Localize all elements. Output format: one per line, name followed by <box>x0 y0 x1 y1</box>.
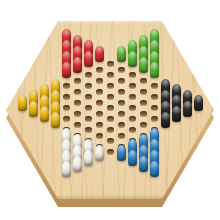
hole[interactable] <box>96 122 103 128</box>
product-photo-canvas <box>0 0 220 220</box>
peg-black[interactable] <box>172 106 181 122</box>
hole[interactable] <box>140 89 147 95</box>
hole[interactable] <box>151 116 158 122</box>
peg-red[interactable] <box>73 57 82 73</box>
hole[interactable] <box>74 89 81 95</box>
peg-blue[interactable] <box>139 156 148 172</box>
hole[interactable] <box>74 78 81 84</box>
peg-black[interactable] <box>183 101 192 117</box>
peg-green[interactable] <box>139 57 148 73</box>
peg-blue[interactable] <box>128 150 137 166</box>
hole[interactable] <box>85 116 92 122</box>
hole[interactable] <box>140 100 147 106</box>
hole[interactable] <box>85 127 92 133</box>
star-hole-grid <box>17 37 204 180</box>
hole[interactable] <box>63 94 70 100</box>
hole[interactable] <box>107 116 114 122</box>
peg-red[interactable] <box>95 46 104 62</box>
hole[interactable] <box>140 122 147 128</box>
peg-green[interactable] <box>128 51 137 67</box>
hole[interactable] <box>85 105 92 111</box>
hole[interactable] <box>151 83 158 89</box>
peg-yellow[interactable] <box>18 95 27 111</box>
hole[interactable] <box>107 94 114 100</box>
hole[interactable] <box>107 138 114 144</box>
hole[interactable] <box>96 111 103 117</box>
peg-blue[interactable] <box>117 145 126 161</box>
hole[interactable] <box>118 67 125 73</box>
peg-black[interactable] <box>161 112 170 128</box>
hole[interactable] <box>140 111 147 117</box>
peg-white[interactable] <box>95 145 104 161</box>
peg-white[interactable] <box>62 161 71 177</box>
hole[interactable] <box>107 149 114 155</box>
hole[interactable] <box>129 127 136 133</box>
hole[interactable] <box>85 72 92 78</box>
hole[interactable] <box>74 122 81 128</box>
hole[interactable] <box>107 72 114 78</box>
hole[interactable] <box>129 83 136 89</box>
peg-yellow[interactable] <box>29 101 38 117</box>
hole[interactable] <box>107 83 114 89</box>
peg-white[interactable] <box>84 150 93 166</box>
hole[interactable] <box>96 67 103 73</box>
hole[interactable] <box>129 116 136 122</box>
peg-red[interactable] <box>84 51 93 67</box>
hole[interactable] <box>118 133 125 139</box>
hole[interactable] <box>118 122 125 128</box>
hole[interactable] <box>118 78 125 84</box>
hole[interactable] <box>129 72 136 78</box>
hole[interactable] <box>107 105 114 111</box>
hole[interactable] <box>118 100 125 106</box>
hole[interactable] <box>129 105 136 111</box>
hole[interactable] <box>74 100 81 106</box>
hole[interactable] <box>85 94 92 100</box>
hole[interactable] <box>107 127 114 133</box>
hole[interactable] <box>151 94 158 100</box>
peg-black[interactable] <box>194 95 203 111</box>
hole[interactable] <box>74 111 81 117</box>
peg-white[interactable] <box>73 156 82 172</box>
hole[interactable] <box>96 100 103 106</box>
hole[interactable] <box>118 111 125 117</box>
hole[interactable] <box>63 116 70 122</box>
peg-yellow[interactable] <box>51 112 60 128</box>
hole[interactable] <box>96 89 103 95</box>
hole[interactable] <box>85 83 92 89</box>
peg-green[interactable] <box>117 46 126 62</box>
hole[interactable] <box>63 83 70 89</box>
peg-red[interactable] <box>62 62 71 78</box>
hole[interactable] <box>129 94 136 100</box>
hole[interactable] <box>140 78 147 84</box>
peg-blue[interactable] <box>150 161 159 177</box>
peg-green[interactable] <box>150 62 159 78</box>
hole[interactable] <box>63 105 70 111</box>
hole[interactable] <box>107 61 114 67</box>
hole[interactable] <box>96 78 103 84</box>
hole[interactable] <box>151 105 158 111</box>
peg-yellow[interactable] <box>40 106 49 122</box>
hole[interactable] <box>96 133 103 139</box>
hole[interactable] <box>118 89 125 95</box>
